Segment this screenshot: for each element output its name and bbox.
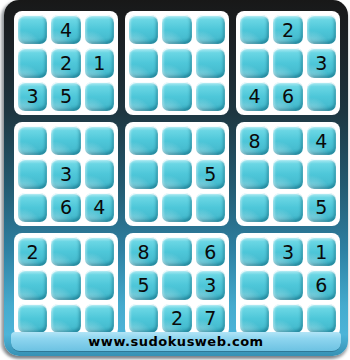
box-7: 2 (14, 233, 118, 337)
cell-r3c8[interactable]: 6 (273, 82, 302, 111)
cell-r5c2[interactable]: 3 (51, 159, 80, 188)
cell-r3c2[interactable]: 5 (51, 82, 80, 111)
cell-r1c7[interactable] (240, 15, 269, 44)
cell-r1c3[interactable] (85, 15, 114, 44)
cell-r5c5[interactable] (162, 159, 191, 188)
cell-r3c6[interactable] (196, 82, 225, 111)
cell-r8c5[interactable] (162, 270, 191, 299)
sudoku-plaque: 42135234636458452865327316 www.sudokuswe… (4, 0, 348, 356)
cell-r5c9[interactable] (307, 159, 336, 188)
cell-r6c3[interactable]: 4 (85, 193, 114, 222)
cell-r8c2[interactable] (51, 270, 80, 299)
box-8: 865327 (125, 233, 229, 337)
cell-r4c5[interactable] (162, 126, 191, 155)
cell-r9c1[interactable] (18, 304, 47, 333)
cell-r7c7[interactable] (240, 237, 269, 266)
cell-r1c6[interactable] (196, 15, 225, 44)
cell-r9c3[interactable] (85, 304, 114, 333)
cell-r7c1[interactable]: 2 (18, 237, 47, 266)
cell-r8c9[interactable]: 6 (307, 270, 336, 299)
cell-r8c8[interactable] (273, 270, 302, 299)
cell-r8c3[interactable] (85, 270, 114, 299)
cell-r1c9[interactable] (307, 15, 336, 44)
cell-r9c4[interactable] (129, 304, 158, 333)
cell-r6c2[interactable]: 6 (51, 193, 80, 222)
cell-r2c6[interactable] (196, 48, 225, 77)
box-2 (125, 11, 229, 115)
cell-r6c1[interactable] (18, 193, 47, 222)
cell-r6c9[interactable]: 5 (307, 193, 336, 222)
cell-r6c6[interactable] (196, 193, 225, 222)
box-9: 316 (236, 233, 340, 337)
cell-r4c8[interactable] (273, 126, 302, 155)
cell-r2c5[interactable] (162, 48, 191, 77)
cell-r2c3[interactable]: 1 (85, 48, 114, 77)
cell-r4c3[interactable] (85, 126, 114, 155)
cell-r6c5[interactable] (162, 193, 191, 222)
cell-r7c3[interactable] (85, 237, 114, 266)
cell-r2c1[interactable] (18, 48, 47, 77)
cell-r7c6[interactable]: 6 (196, 237, 225, 266)
cell-r2c4[interactable] (129, 48, 158, 77)
cell-r3c5[interactable] (162, 82, 191, 111)
sudoku-board: 42135234636458452865327316 (14, 11, 340, 337)
cell-r9c9[interactable] (307, 304, 336, 333)
cell-r7c8[interactable]: 3 (273, 237, 302, 266)
cell-r9c8[interactable] (273, 304, 302, 333)
cell-r3c7[interactable]: 4 (240, 82, 269, 111)
cell-r8c4[interactable]: 5 (129, 270, 158, 299)
cell-r2c7[interactable] (240, 48, 269, 77)
cell-r9c5[interactable]: 2 (162, 304, 191, 333)
box-3: 2346 (236, 11, 340, 115)
cell-r7c2[interactable] (51, 237, 80, 266)
cell-r6c4[interactable] (129, 193, 158, 222)
cell-r3c3[interactable] (85, 82, 114, 111)
cell-r7c5[interactable] (162, 237, 191, 266)
cell-r4c9[interactable]: 4 (307, 126, 336, 155)
cell-r5c1[interactable] (18, 159, 47, 188)
cell-r1c1[interactable] (18, 15, 47, 44)
cell-r5c6[interactable]: 5 (196, 159, 225, 188)
cell-r4c2[interactable] (51, 126, 80, 155)
cell-r3c1[interactable]: 3 (18, 82, 47, 111)
cell-r9c6[interactable]: 7 (196, 304, 225, 333)
cell-r6c8[interactable] (273, 193, 302, 222)
cell-r4c1[interactable] (18, 126, 47, 155)
cell-r8c1[interactable] (18, 270, 47, 299)
cell-r5c4[interactable] (129, 159, 158, 188)
box-4: 364 (14, 122, 118, 226)
cell-r8c7[interactable] (240, 270, 269, 299)
cell-r5c3[interactable] (85, 159, 114, 188)
site-url-link[interactable]: www.sudokusweb.com (88, 334, 263, 349)
cell-r1c8[interactable]: 2 (273, 15, 302, 44)
box-1: 42135 (14, 11, 118, 115)
cell-r3c4[interactable] (129, 82, 158, 111)
cell-r2c2[interactable]: 2 (51, 48, 80, 77)
cell-r5c7[interactable] (240, 159, 269, 188)
cell-r1c5[interactable] (162, 15, 191, 44)
cell-r9c2[interactable] (51, 304, 80, 333)
cell-r2c8[interactable] (273, 48, 302, 77)
box-6: 845 (236, 122, 340, 226)
cell-r5c8[interactable] (273, 159, 302, 188)
cell-r4c4[interactable] (129, 126, 158, 155)
cell-r2c9[interactable]: 3 (307, 48, 336, 77)
cell-r1c4[interactable] (129, 15, 158, 44)
cell-r4c6[interactable] (196, 126, 225, 155)
cell-r7c4[interactable]: 8 (129, 237, 158, 266)
cell-r3c9[interactable] (307, 82, 336, 111)
cell-r1c2[interactable]: 4 (51, 15, 80, 44)
cell-r6c7[interactable] (240, 193, 269, 222)
cell-r9c7[interactable] (240, 304, 269, 333)
footer-bar: www.sudokusweb.com (11, 332, 341, 352)
cell-r7c9[interactable]: 1 (307, 237, 336, 266)
cell-r8c6[interactable]: 3 (196, 270, 225, 299)
cell-r4c7[interactable]: 8 (240, 126, 269, 155)
box-5: 5 (125, 122, 229, 226)
